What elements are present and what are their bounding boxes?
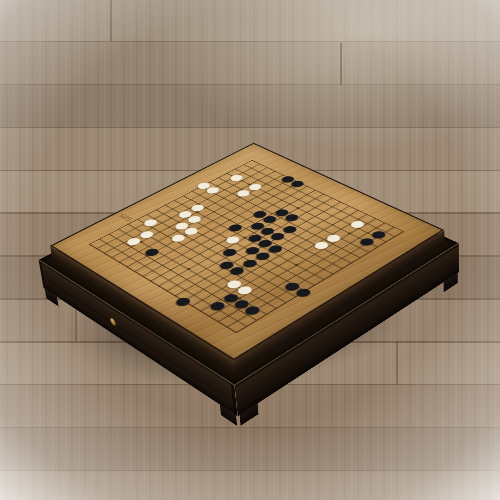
stone-white[interactable]: ●: [222, 233, 245, 245]
star-point: [186, 268, 190, 270]
product-photo: ●●●●●●●●●●●●●●●●●●●●●●●●●●●●●●●●●●●●●●●●…: [0, 0, 500, 500]
stone-white[interactable]: ●: [223, 277, 247, 291]
stone-black[interactable]: ●: [356, 235, 379, 248]
star-point: [237, 297, 242, 300]
stone-white[interactable]: ●: [227, 172, 248, 183]
stone-black[interactable]: ●: [368, 228, 391, 240]
stone-white[interactable]: ●: [234, 283, 258, 297]
stone-black[interactable]: ●: [216, 258, 239, 271]
stone-white[interactable]: ●: [123, 235, 145, 247]
stone-black[interactable]: ●: [265, 242, 288, 255]
stone-black[interactable]: ●: [292, 285, 316, 299]
stone-black[interactable]: ●: [220, 291, 244, 305]
stone-white[interactable]: ●: [323, 232, 346, 244]
stone-black[interactable]: ●: [252, 249, 275, 262]
stone-white[interactable]: ●: [347, 218, 369, 230]
stone-white[interactable]: ●: [141, 217, 163, 229]
stone-black[interactable]: ●: [206, 299, 230, 313]
drawer-knob[interactable]: [110, 316, 117, 326]
stone-black[interactable]: ●: [255, 237, 278, 249]
stone-black[interactable]: ●: [239, 257, 262, 270]
stone-black[interactable]: ●: [245, 232, 268, 244]
stone-black[interactable]: ●: [242, 244, 265, 257]
stone-black[interactable]: ●: [231, 297, 255, 311]
stone-white[interactable]: ●: [233, 188, 254, 199]
stone-black[interactable]: ●: [281, 279, 305, 293]
star-point: [294, 264, 298, 266]
stone-black[interactable]: ●: [241, 303, 265, 317]
foot: [45, 288, 59, 307]
stone-black[interactable]: ●: [172, 294, 196, 308]
star-point: [348, 232, 352, 234]
camera-tilt: ●●●●●●●●●●●●●●●●●●●●●●●●●●●●●●●●●●●●●●●●…: [0, 0, 500, 500]
stone-white[interactable]: ●: [311, 239, 334, 252]
stone-black[interactable]: ●: [142, 246, 165, 259]
stone-black[interactable]: ●: [226, 264, 249, 277]
scene: ●●●●●●●●●●●●●●●●●●●●●●●●●●●●●●●●●●●●●●●●…: [0, 0, 500, 500]
go-board-box: ●●●●●●●●●●●●●●●●●●●●●●●●●●●●●●●●●●●●●●●●…: [50, 143, 444, 361]
stone-white[interactable]: ●: [168, 232, 190, 244]
stone-black[interactable]: ●: [219, 246, 242, 259]
